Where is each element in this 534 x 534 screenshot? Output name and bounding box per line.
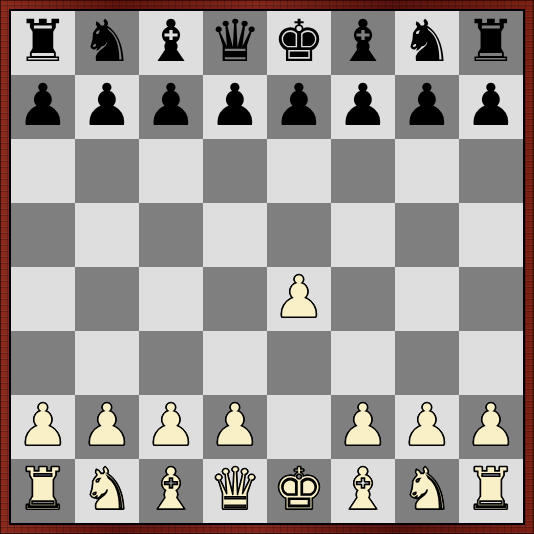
piece-white-pawn[interactable]: ♟ — [81, 395, 133, 457]
piece-white-pawn[interactable]: ♟ — [17, 395, 69, 457]
square-b7[interactable]: ♟ — [75, 75, 139, 139]
square-a4[interactable] — [11, 267, 75, 331]
square-a1[interactable]: ♜ — [11, 459, 75, 523]
square-a2[interactable]: ♟ — [11, 395, 75, 459]
square-d1[interactable]: ♛ — [203, 459, 267, 523]
square-a3[interactable] — [11, 331, 75, 395]
piece-black-pawn[interactable]: ♟ — [337, 75, 389, 137]
square-c4[interactable] — [139, 267, 203, 331]
piece-black-pawn[interactable]: ♟ — [81, 75, 133, 137]
square-f6[interactable] — [331, 139, 395, 203]
square-e5[interactable] — [267, 203, 331, 267]
square-g5[interactable] — [395, 203, 459, 267]
piece-black-king[interactable]: ♚ — [273, 11, 325, 73]
square-c5[interactable] — [139, 203, 203, 267]
piece-black-bishop[interactable]: ♝ — [337, 11, 389, 73]
board-frame: ♜♞♝♛♚♝♞♜♟♟♟♟♟♟♟♟♟♟♟♟♟♟♟♟♜♞♝♛♚♝♞♜ — [0, 0, 534, 534]
piece-white-pawn[interactable]: ♟ — [145, 395, 197, 457]
square-h8[interactable]: ♜ — [459, 11, 523, 75]
square-c6[interactable] — [139, 139, 203, 203]
square-b6[interactable] — [75, 139, 139, 203]
square-h5[interactable] — [459, 203, 523, 267]
piece-white-pawn[interactable]: ♟ — [465, 395, 517, 457]
piece-black-pawn[interactable]: ♟ — [465, 75, 517, 137]
square-a7[interactable]: ♟ — [11, 75, 75, 139]
piece-white-pawn[interactable]: ♟ — [401, 395, 453, 457]
square-d5[interactable] — [203, 203, 267, 267]
board-outline: ♜♞♝♛♚♝♞♜♟♟♟♟♟♟♟♟♟♟♟♟♟♟♟♟♜♞♝♛♚♝♞♜ — [9, 9, 525, 525]
piece-white-bishop[interactable]: ♝ — [145, 459, 197, 521]
square-b4[interactable] — [75, 267, 139, 331]
square-g2[interactable]: ♟ — [395, 395, 459, 459]
square-f1[interactable]: ♝ — [331, 459, 395, 523]
square-h2[interactable]: ♟ — [459, 395, 523, 459]
piece-white-queen[interactable]: ♛ — [209, 459, 261, 521]
square-d3[interactable] — [203, 331, 267, 395]
piece-white-rook[interactable]: ♜ — [17, 459, 69, 521]
square-e3[interactable] — [267, 331, 331, 395]
piece-black-pawn[interactable]: ♟ — [17, 75, 69, 137]
square-e8[interactable]: ♚ — [267, 11, 331, 75]
piece-white-bishop[interactable]: ♝ — [337, 459, 389, 521]
square-g6[interactable] — [395, 139, 459, 203]
piece-black-pawn[interactable]: ♟ — [401, 75, 453, 137]
square-e6[interactable] — [267, 139, 331, 203]
piece-black-pawn[interactable]: ♟ — [273, 75, 325, 137]
piece-white-rook[interactable]: ♜ — [465, 459, 517, 521]
square-b2[interactable]: ♟ — [75, 395, 139, 459]
square-e1[interactable]: ♚ — [267, 459, 331, 523]
square-c8[interactable]: ♝ — [139, 11, 203, 75]
chess-board: ♜♞♝♛♚♝♞♜♟♟♟♟♟♟♟♟♟♟♟♟♟♟♟♟♜♞♝♛♚♝♞♜ — [11, 11, 523, 523]
square-g1[interactable]: ♞ — [395, 459, 459, 523]
square-a6[interactable] — [11, 139, 75, 203]
square-e7[interactable]: ♟ — [267, 75, 331, 139]
square-g7[interactable]: ♟ — [395, 75, 459, 139]
square-b1[interactable]: ♞ — [75, 459, 139, 523]
square-b8[interactable]: ♞ — [75, 11, 139, 75]
square-d8[interactable]: ♛ — [203, 11, 267, 75]
piece-black-knight[interactable]: ♞ — [81, 11, 133, 73]
square-a8[interactable]: ♜ — [11, 11, 75, 75]
piece-black-pawn[interactable]: ♟ — [145, 75, 197, 137]
square-g8[interactable]: ♞ — [395, 11, 459, 75]
square-f5[interactable] — [331, 203, 395, 267]
piece-black-rook[interactable]: ♜ — [17, 11, 69, 73]
square-e2[interactable] — [267, 395, 331, 459]
piece-white-pawn[interactable]: ♟ — [337, 395, 389, 457]
square-c2[interactable]: ♟ — [139, 395, 203, 459]
piece-white-knight[interactable]: ♞ — [401, 459, 453, 521]
piece-black-pawn[interactable]: ♟ — [209, 75, 261, 137]
square-h6[interactable] — [459, 139, 523, 203]
square-g3[interactable] — [395, 331, 459, 395]
square-d6[interactable] — [203, 139, 267, 203]
square-d2[interactable]: ♟ — [203, 395, 267, 459]
square-c7[interactable]: ♟ — [139, 75, 203, 139]
square-g4[interactable] — [395, 267, 459, 331]
piece-black-bishop[interactable]: ♝ — [145, 11, 197, 73]
square-f7[interactable]: ♟ — [331, 75, 395, 139]
piece-white-king[interactable]: ♚ — [273, 459, 325, 521]
piece-black-queen[interactable]: ♛ — [209, 11, 261, 73]
square-c1[interactable]: ♝ — [139, 459, 203, 523]
square-f3[interactable] — [331, 331, 395, 395]
piece-black-rook[interactable]: ♜ — [465, 11, 517, 73]
square-h7[interactable]: ♟ — [459, 75, 523, 139]
square-f4[interactable] — [331, 267, 395, 331]
square-a5[interactable] — [11, 203, 75, 267]
square-h1[interactable]: ♜ — [459, 459, 523, 523]
square-b5[interactable] — [75, 203, 139, 267]
piece-white-knight[interactable]: ♞ — [81, 459, 133, 521]
square-e4[interactable]: ♟ — [267, 267, 331, 331]
square-d4[interactable] — [203, 267, 267, 331]
square-d7[interactable]: ♟ — [203, 75, 267, 139]
piece-black-knight[interactable]: ♞ — [401, 11, 453, 73]
square-h3[interactable] — [459, 331, 523, 395]
square-b3[interactable] — [75, 331, 139, 395]
square-f2[interactable]: ♟ — [331, 395, 395, 459]
square-c3[interactable] — [139, 331, 203, 395]
square-f8[interactable]: ♝ — [331, 11, 395, 75]
piece-white-pawn[interactable]: ♟ — [209, 395, 261, 457]
square-h4[interactable] — [459, 267, 523, 331]
piece-white-pawn[interactable]: ♟ — [273, 267, 325, 329]
